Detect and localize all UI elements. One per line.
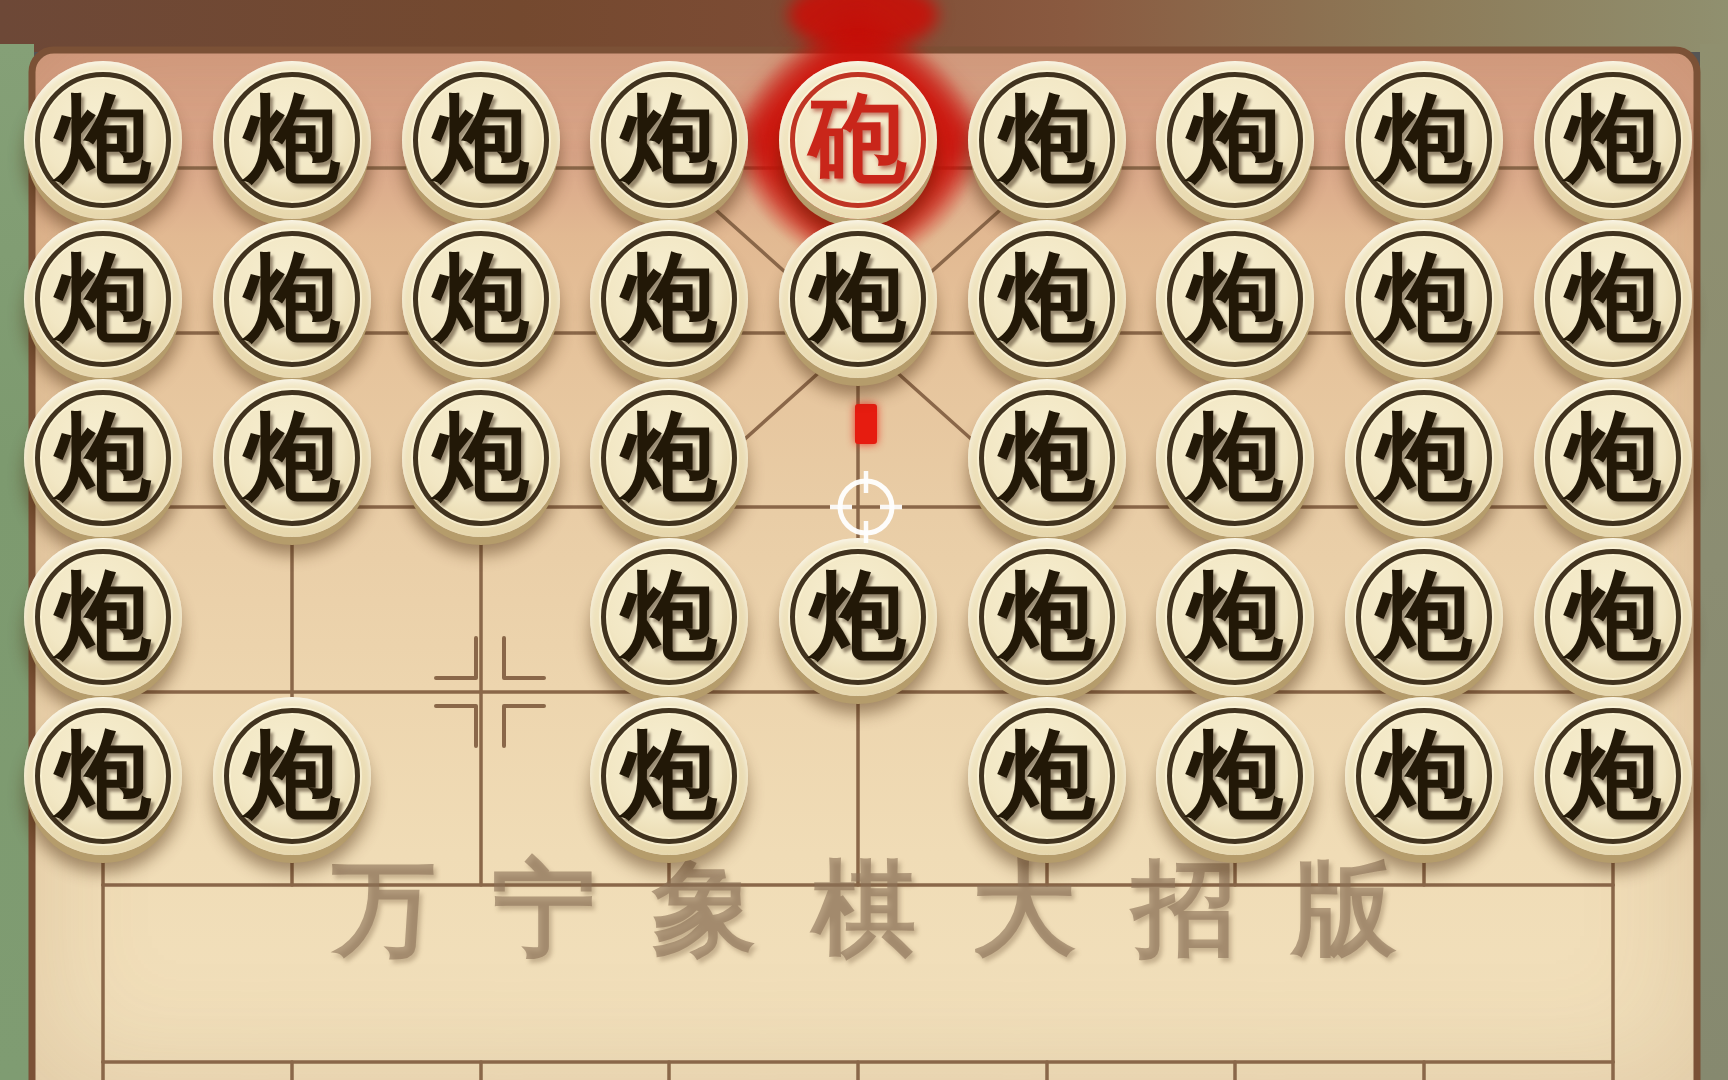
piece-black-cannon[interactable]: 炮 <box>968 61 1126 219</box>
piece-black-cannon[interactable]: 炮 <box>1345 61 1503 219</box>
piece-character: 炮 <box>1534 538 1692 696</box>
piece-character: 炮 <box>1156 220 1314 378</box>
piece-character: 炮 <box>968 697 1126 855</box>
piece-character: 炮 <box>590 379 748 537</box>
piece-character: 炮 <box>24 220 182 378</box>
xiangqi-game-screen: 万宁象棋大招版 炮炮炮炮砲炮炮炮炮炮炮炮炮炮炮炮炮炮炮炮炮炮炮炮炮炮炮炮炮炮炮炮… <box>0 0 1728 1080</box>
piece-character: 炮 <box>213 379 371 537</box>
piece-character: 炮 <box>1345 61 1503 219</box>
piece-character: 炮 <box>1345 697 1503 855</box>
piece-black-cannon[interactable]: 炮 <box>1156 220 1314 378</box>
piece-black-cannon[interactable]: 炮 <box>1534 538 1692 696</box>
piece-character: 炮 <box>402 220 560 378</box>
piece-character: 炮 <box>213 61 371 219</box>
piece-black-cannon[interactable]: 炮 <box>590 538 748 696</box>
piece-character: 炮 <box>968 538 1126 696</box>
piece-black-cannon[interactable]: 炮 <box>590 220 748 378</box>
piece-character: 炮 <box>1534 379 1692 537</box>
piece-character: 炮 <box>1156 697 1314 855</box>
piece-black-cannon[interactable]: 炮 <box>1534 697 1692 855</box>
piece-black-cannon[interactable]: 炮 <box>402 220 560 378</box>
piece-black-cannon[interactable]: 炮 <box>968 379 1126 537</box>
piece-character: 炮 <box>24 697 182 855</box>
piece-black-cannon[interactable]: 炮 <box>1156 61 1314 219</box>
piece-black-cannon[interactable]: 炮 <box>213 220 371 378</box>
piece-black-cannon[interactable]: 炮 <box>213 697 371 855</box>
piece-black-cannon[interactable]: 炮 <box>213 61 371 219</box>
piece-black-cannon[interactable]: 炮 <box>24 379 182 537</box>
piece-black-cannon[interactable]: 炮 <box>968 697 1126 855</box>
piece-black-cannon[interactable]: 炮 <box>590 61 748 219</box>
piece-black-cannon[interactable]: 炮 <box>779 538 937 696</box>
piece-character: 炮 <box>1156 538 1314 696</box>
piece-character: 炮 <box>968 379 1126 537</box>
piece-character: 炮 <box>24 538 182 696</box>
piece-character: 砲 <box>779 61 937 219</box>
piece-character: 炮 <box>213 697 371 855</box>
piece-character: 炮 <box>590 220 748 378</box>
piece-character: 炮 <box>1345 538 1503 696</box>
piece-black-cannon[interactable]: 炮 <box>402 379 560 537</box>
piece-character: 炮 <box>590 538 748 696</box>
piece-black-cannon[interactable]: 炮 <box>779 220 937 378</box>
piece-black-cannon[interactable]: 炮 <box>213 379 371 537</box>
piece-character: 炮 <box>24 61 182 219</box>
piece-character: 炮 <box>968 61 1126 219</box>
piece-black-cannon[interactable]: 炮 <box>1156 697 1314 855</box>
piece-character: 炮 <box>1345 379 1503 537</box>
piece-black-cannon[interactable]: 炮 <box>1345 220 1503 378</box>
piece-black-cannon[interactable]: 炮 <box>1345 697 1503 855</box>
piece-black-cannon[interactable]: 炮 <box>1534 220 1692 378</box>
piece-character: 炮 <box>1156 61 1314 219</box>
target-crosshair-icon[interactable] <box>826 467 906 547</box>
piece-black-cannon[interactable]: 炮 <box>968 220 1126 378</box>
piece-character: 炮 <box>402 61 560 219</box>
piece-black-cannon[interactable]: 炮 <box>968 538 1126 696</box>
piece-character: 炮 <box>1534 697 1692 855</box>
piece-character: 炮 <box>1156 379 1314 537</box>
piece-character: 炮 <box>402 379 560 537</box>
piece-black-cannon[interactable]: 炮 <box>590 379 748 537</box>
piece-character: 炮 <box>590 61 748 219</box>
piece-character: 炮 <box>24 379 182 537</box>
piece-character: 炮 <box>590 697 748 855</box>
piece-black-cannon[interactable]: 炮 <box>24 538 182 696</box>
piece-character: 炮 <box>213 220 371 378</box>
piece-black-cannon[interactable]: 炮 <box>24 220 182 378</box>
piece-black-cannon[interactable]: 炮 <box>1156 538 1314 696</box>
piece-character: 炮 <box>1534 220 1692 378</box>
piece-black-cannon[interactable]: 炮 <box>1345 379 1503 537</box>
piece-character: 炮 <box>779 220 937 378</box>
piece-black-cannon[interactable]: 炮 <box>1345 538 1503 696</box>
piece-black-cannon[interactable]: 炮 <box>1156 379 1314 537</box>
move-indicator-tick <box>855 404 877 444</box>
piece-character: 炮 <box>1534 61 1692 219</box>
piece-character: 炮 <box>968 220 1126 378</box>
river-watermark-text: 万宁象棋大招版 <box>0 856 1728 960</box>
piece-black-cannon[interactable]: 炮 <box>24 61 182 219</box>
piece-character: 炮 <box>1345 220 1503 378</box>
piece-character: 炮 <box>779 538 937 696</box>
piece-black-cannon[interactable]: 炮 <box>402 61 560 219</box>
piece-black-cannon[interactable]: 炮 <box>1534 61 1692 219</box>
piece-black-cannon[interactable]: 炮 <box>590 697 748 855</box>
piece-black-cannon[interactable]: 炮 <box>24 697 182 855</box>
piece-black-cannon[interactable]: 炮 <box>1534 379 1692 537</box>
piece-red-cannon-selected[interactable]: 砲 <box>779 61 937 219</box>
